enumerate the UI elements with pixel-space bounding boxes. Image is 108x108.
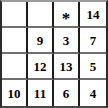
cell-r1c2 (28, 2, 54, 28)
cell-r4c2: 11 (28, 80, 54, 106)
cell-r3c2: 12 (28, 54, 54, 80)
cell-r4c3: 6 (54, 80, 80, 106)
cell-r1c3-star: * (54, 2, 80, 28)
puzzle-grid: * 14 9 3 7 12 13 5 10 11 6 4 (0, 0, 108, 108)
cell-r3c3: 13 (54, 54, 80, 80)
cell-r1c1 (2, 2, 28, 28)
cell-r4c4: 4 (80, 80, 106, 106)
star-icon: * (62, 10, 71, 27)
cell-r2c1 (2, 28, 28, 54)
cell-r3c1 (2, 54, 28, 80)
cell-r4c1: 10 (2, 80, 28, 106)
cell-r2c3: 3 (54, 28, 80, 54)
cell-r1c4: 14 (80, 2, 106, 28)
cell-r3c4: 5 (80, 54, 106, 80)
cell-r2c2: 9 (28, 28, 54, 54)
cell-r2c4: 7 (80, 28, 106, 54)
